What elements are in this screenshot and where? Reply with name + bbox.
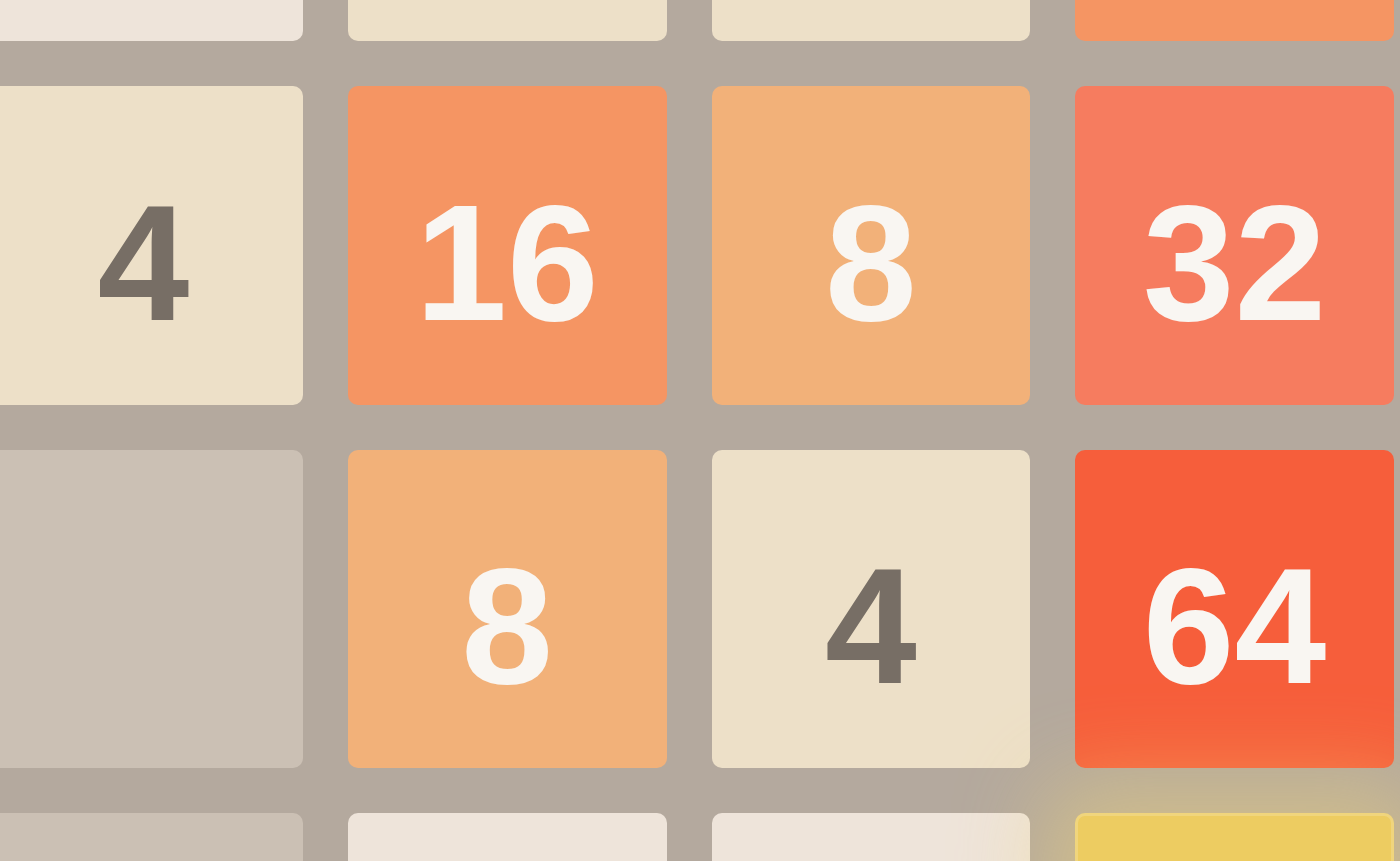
tile-4-r3c3: 4 [712, 450, 1031, 769]
tile-8-r3c2: 8 [348, 450, 667, 769]
tile-4-r2c1: 4 [0, 86, 303, 405]
tile-16-r2c2: 16 [348, 86, 667, 405]
tile-4-r1c3: 4 [712, 0, 1031, 41]
tile-value: 16 [415, 181, 599, 346]
game-viewport: 24416416832846422256 [0, 0, 1400, 861]
tile-value: 64 [1143, 544, 1327, 709]
tile-64-r3c4: 64 [1075, 450, 1394, 769]
tile-256-r4c4: 256 [1075, 813, 1394, 861]
empty-cell-r4c1 [0, 813, 303, 861]
tile-value: 8 [461, 544, 553, 709]
tile-value: 4 [825, 544, 917, 709]
tile-32-r2c4: 32 [1075, 86, 1394, 405]
tile-value: 8 [825, 181, 917, 346]
tile-2-r4c3: 2 [712, 813, 1031, 861]
tile-value: 4 [97, 181, 189, 346]
tile-2-r4c2: 2 [348, 813, 667, 861]
tile-4-r1c2: 4 [348, 0, 667, 41]
tile-16-r1c4: 16 [1075, 0, 1394, 41]
empty-cell-r3c1 [0, 450, 303, 769]
board-2048[interactable]: 24416416832846422256 [0, 0, 1400, 861]
tile-value: 32 [1143, 181, 1327, 346]
tile-8-r2c3: 8 [712, 86, 1031, 405]
tile-2-r1c1: 2 [0, 0, 303, 41]
